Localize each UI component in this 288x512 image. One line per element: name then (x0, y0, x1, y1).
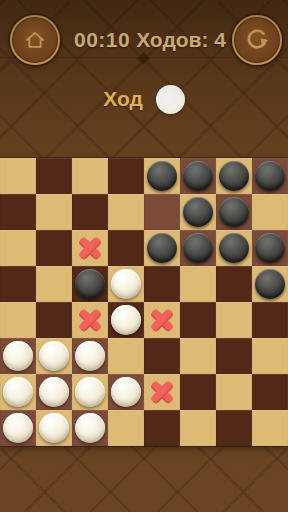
square-r3c2[interactable] (72, 266, 108, 302)
white-piece[interactable] (3, 377, 33, 407)
black-piece[interactable] (183, 197, 213, 227)
square-r4c0[interactable] (0, 302, 36, 338)
square-r2c6[interactable] (216, 230, 252, 266)
white-piece[interactable] (39, 377, 69, 407)
home-button[interactable] (10, 15, 60, 65)
black-piece[interactable] (183, 233, 213, 263)
square-r1c3[interactable] (108, 194, 144, 230)
square-r7c2[interactable] (72, 410, 108, 446)
square-r6c2[interactable] (72, 374, 108, 410)
square-r0c3[interactable] (108, 158, 144, 194)
square-r2c7[interactable] (252, 230, 288, 266)
black-piece[interactable] (255, 233, 285, 263)
turn-indicator: Ход (0, 82, 288, 116)
x-marker (75, 233, 105, 263)
square-r1c6[interactable] (216, 194, 252, 230)
square-r6c7[interactable] (252, 374, 288, 410)
square-r2c2[interactable] (72, 230, 108, 266)
top-bar: 00:10 Ходов: 4 (0, 14, 288, 66)
white-piece[interactable] (111, 305, 141, 335)
square-r6c3[interactable] (108, 374, 144, 410)
square-r5c0[interactable] (0, 338, 36, 374)
square-r6c4[interactable] (144, 374, 180, 410)
undo-button[interactable] (232, 15, 282, 65)
square-r7c7[interactable] (252, 410, 288, 446)
square-r2c0[interactable] (0, 230, 36, 266)
square-r2c1[interactable] (36, 230, 72, 266)
square-r0c1[interactable] (36, 158, 72, 194)
square-r1c2[interactable] (72, 194, 108, 230)
square-r0c4[interactable] (144, 158, 180, 194)
square-r4c7[interactable] (252, 302, 288, 338)
square-r2c5[interactable] (180, 230, 216, 266)
square-r5c3[interactable] (108, 338, 144, 374)
black-piece[interactable] (219, 161, 249, 191)
square-r6c1[interactable] (36, 374, 72, 410)
square-r1c1[interactable] (36, 194, 72, 230)
x-marker (75, 305, 105, 335)
square-r4c2[interactable] (72, 302, 108, 338)
white-piece[interactable] (39, 413, 69, 443)
white-piece[interactable] (111, 269, 141, 299)
square-r2c3[interactable] (108, 230, 144, 266)
white-piece[interactable] (3, 413, 33, 443)
square-r0c6[interactable] (216, 158, 252, 194)
white-piece[interactable] (75, 377, 105, 407)
square-r0c2[interactable] (72, 158, 108, 194)
square-r3c5[interactable] (180, 266, 216, 302)
white-piece[interactable] (39, 341, 69, 371)
square-r5c5[interactable] (180, 338, 216, 374)
square-r7c6[interactable] (216, 410, 252, 446)
square-r7c5[interactable] (180, 410, 216, 446)
black-piece[interactable] (75, 269, 105, 299)
square-r0c0[interactable] (0, 158, 36, 194)
square-r7c1[interactable] (36, 410, 72, 446)
square-r1c5[interactable] (180, 194, 216, 230)
black-piece[interactable] (255, 161, 285, 191)
square-r4c6[interactable] (216, 302, 252, 338)
square-r0c5[interactable] (180, 158, 216, 194)
moves-counter: Ходов: 4 (136, 28, 226, 52)
square-r5c1[interactable] (36, 338, 72, 374)
white-turn-disc (156, 85, 185, 114)
white-piece[interactable] (3, 341, 33, 371)
square-r7c4[interactable] (144, 410, 180, 446)
black-piece[interactable] (183, 161, 213, 191)
square-r1c7[interactable] (252, 194, 288, 230)
black-piece[interactable] (147, 233, 177, 263)
black-piece[interactable] (147, 161, 177, 191)
square-r6c0[interactable] (0, 374, 36, 410)
white-piece[interactable] (75, 413, 105, 443)
white-piece[interactable] (75, 341, 105, 371)
white-piece[interactable] (111, 377, 141, 407)
square-r5c6[interactable] (216, 338, 252, 374)
square-r7c3[interactable] (108, 410, 144, 446)
square-r6c6[interactable] (216, 374, 252, 410)
square-r7c0[interactable] (0, 410, 36, 446)
undo-icon (243, 26, 271, 54)
square-r3c4[interactable] (144, 266, 180, 302)
square-r4c1[interactable] (36, 302, 72, 338)
square-r1c4[interactable] (144, 194, 180, 230)
square-r2c4[interactable] (144, 230, 180, 266)
square-r3c6[interactable] (216, 266, 252, 302)
x-marker (147, 377, 177, 407)
square-r5c4[interactable] (144, 338, 180, 374)
square-r5c7[interactable] (252, 338, 288, 374)
timer-text: 00:10 (74, 28, 130, 52)
app-screen: 00:10 Ходов: 4 Ход (0, 0, 288, 512)
turn-label: Ход (103, 87, 143, 111)
square-r4c4[interactable] (144, 302, 180, 338)
square-r3c1[interactable] (36, 266, 72, 302)
black-piece[interactable] (255, 269, 285, 299)
black-piece[interactable] (219, 197, 249, 227)
square-r1c0[interactable] (0, 194, 36, 230)
square-r4c5[interactable] (180, 302, 216, 338)
square-r3c3[interactable] (108, 266, 144, 302)
square-r5c2[interactable] (72, 338, 108, 374)
home-icon (22, 27, 48, 53)
square-r4c3[interactable] (108, 302, 144, 338)
square-r0c7[interactable] (252, 158, 288, 194)
square-r6c5[interactable] (180, 374, 216, 410)
x-marker (147, 305, 177, 335)
square-r3c0[interactable] (0, 266, 36, 302)
board (0, 158, 288, 446)
square-r3c7[interactable] (252, 266, 288, 302)
black-piece[interactable] (219, 233, 249, 263)
